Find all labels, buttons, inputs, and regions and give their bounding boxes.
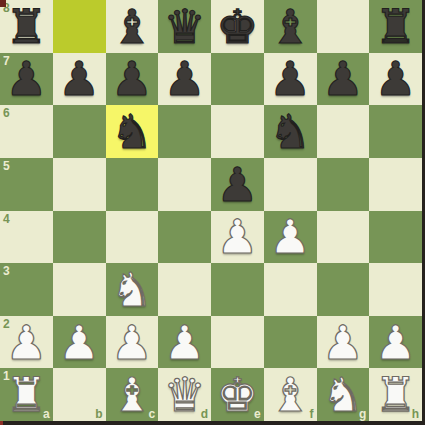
square-h6[interactable] xyxy=(369,105,422,158)
square-a7[interactable]: 7♟ xyxy=(0,53,53,106)
square-f1[interactable]: f♝ xyxy=(264,368,317,421)
piece-black-bishop[interactable]: ♝ xyxy=(106,0,159,53)
square-c7[interactable]: ♟ xyxy=(106,53,159,106)
square-f6[interactable]: ♞ xyxy=(264,105,317,158)
square-d3[interactable] xyxy=(158,263,211,316)
piece-white-pawn[interactable]: ♟ xyxy=(369,316,422,369)
piece-black-rook[interactable]: ♜ xyxy=(0,0,53,53)
square-f8[interactable]: ♝ xyxy=(264,0,317,53)
square-h1[interactable]: h♜ xyxy=(369,368,422,421)
piece-white-king[interactable]: ♚ xyxy=(211,368,264,421)
square-d2[interactable]: ♟ xyxy=(158,316,211,369)
square-g4[interactable] xyxy=(317,211,370,264)
square-d4[interactable] xyxy=(158,211,211,264)
square-b3[interactable] xyxy=(53,263,106,316)
square-f4[interactable]: ♟ xyxy=(264,211,317,264)
piece-white-pawn[interactable]: ♟ xyxy=(317,316,370,369)
corner-artifact-bottom-left xyxy=(0,421,3,425)
square-a3[interactable]: 3 xyxy=(0,263,53,316)
rank-label-5: 5 xyxy=(3,159,10,173)
rank-label-3: 3 xyxy=(3,264,10,278)
square-e5[interactable]: ♟ xyxy=(211,158,264,211)
square-c2[interactable]: ♟ xyxy=(106,316,159,369)
piece-white-pawn[interactable]: ♟ xyxy=(158,316,211,369)
chess-app-viewport: 8♜♝♛♚♝♜7♟♟♟♟♟♟♟6♞♞5♟4♟♟3♞2♟♟♟♟♟♟1a♜bc♝d♛… xyxy=(0,0,425,425)
square-e6[interactable] xyxy=(211,105,264,158)
square-a8[interactable]: 8♜ xyxy=(0,0,53,53)
piece-white-pawn[interactable]: ♟ xyxy=(106,316,159,369)
square-h5[interactable] xyxy=(369,158,422,211)
square-g7[interactable]: ♟ xyxy=(317,53,370,106)
piece-black-knight[interactable]: ♞ xyxy=(106,105,159,158)
piece-black-knight[interactable]: ♞ xyxy=(264,105,317,158)
piece-black-rook[interactable]: ♜ xyxy=(369,0,422,53)
piece-black-queen[interactable]: ♛ xyxy=(158,0,211,53)
square-g6[interactable] xyxy=(317,105,370,158)
square-e2[interactable] xyxy=(211,316,264,369)
piece-white-knight[interactable]: ♞ xyxy=(317,368,370,421)
square-f2[interactable] xyxy=(264,316,317,369)
piece-black-pawn[interactable]: ♟ xyxy=(158,53,211,106)
square-d8[interactable]: ♛ xyxy=(158,0,211,53)
square-c3[interactable]: ♞ xyxy=(106,263,159,316)
piece-white-pawn[interactable]: ♟ xyxy=(211,211,264,264)
square-b4[interactable] xyxy=(53,211,106,264)
square-b2[interactable]: ♟ xyxy=(53,316,106,369)
square-a6[interactable]: 6 xyxy=(0,105,53,158)
square-c1[interactable]: c♝ xyxy=(106,368,159,421)
square-d1[interactable]: d♛ xyxy=(158,368,211,421)
square-g3[interactable] xyxy=(317,263,370,316)
square-d7[interactable]: ♟ xyxy=(158,53,211,106)
square-e3[interactable] xyxy=(211,263,264,316)
square-e1[interactable]: e♚ xyxy=(211,368,264,421)
rank-label-6: 6 xyxy=(3,106,10,120)
square-c8[interactable]: ♝ xyxy=(106,0,159,53)
square-g2[interactable]: ♟ xyxy=(317,316,370,369)
square-b5[interactable] xyxy=(53,158,106,211)
square-b8[interactable] xyxy=(53,0,106,53)
piece-white-bishop[interactable]: ♝ xyxy=(106,368,159,421)
square-f7[interactable]: ♟ xyxy=(264,53,317,106)
chess-board[interactable]: 8♜♝♛♚♝♜7♟♟♟♟♟♟♟6♞♞5♟4♟♟3♞2♟♟♟♟♟♟1a♜bc♝d♛… xyxy=(0,0,422,421)
piece-white-rook[interactable]: ♜ xyxy=(369,368,422,421)
square-h3[interactable] xyxy=(369,263,422,316)
square-c6[interactable]: ♞ xyxy=(106,105,159,158)
piece-white-pawn[interactable]: ♟ xyxy=(264,211,317,264)
square-b7[interactable]: ♟ xyxy=(53,53,106,106)
square-f5[interactable] xyxy=(264,158,317,211)
square-e8[interactable]: ♚ xyxy=(211,0,264,53)
piece-white-pawn[interactable]: ♟ xyxy=(53,316,106,369)
piece-black-pawn[interactable]: ♟ xyxy=(53,53,106,106)
piece-black-king[interactable]: ♚ xyxy=(211,0,264,53)
piece-black-pawn[interactable]: ♟ xyxy=(106,53,159,106)
square-a1[interactable]: 1a♜ xyxy=(0,368,53,421)
square-e4[interactable]: ♟ xyxy=(211,211,264,264)
square-g5[interactable] xyxy=(317,158,370,211)
square-a2[interactable]: 2♟ xyxy=(0,316,53,369)
square-e7[interactable] xyxy=(211,53,264,106)
piece-white-bishop[interactable]: ♝ xyxy=(264,368,317,421)
square-b1[interactable]: b xyxy=(53,368,106,421)
piece-white-rook[interactable]: ♜ xyxy=(0,368,53,421)
square-a5[interactable]: 5 xyxy=(0,158,53,211)
square-h4[interactable] xyxy=(369,211,422,264)
rank-label-4: 4 xyxy=(3,212,10,226)
square-b6[interactable] xyxy=(53,105,106,158)
square-c4[interactable] xyxy=(106,211,159,264)
square-g1[interactable]: g♞ xyxy=(317,368,370,421)
corner-artifact-top-left xyxy=(0,0,6,7)
piece-white-pawn[interactable]: ♟ xyxy=(0,316,53,369)
piece-black-bishop[interactable]: ♝ xyxy=(264,0,317,53)
piece-black-pawn[interactable]: ♟ xyxy=(264,53,317,106)
piece-black-pawn[interactable]: ♟ xyxy=(0,53,53,106)
square-h8[interactable]: ♜ xyxy=(369,0,422,53)
square-c5[interactable] xyxy=(106,158,159,211)
square-d6[interactable] xyxy=(158,105,211,158)
square-f3[interactable] xyxy=(264,263,317,316)
piece-black-pawn[interactable]: ♟ xyxy=(211,158,264,211)
piece-black-pawn[interactable]: ♟ xyxy=(317,53,370,106)
piece-black-pawn[interactable]: ♟ xyxy=(369,53,422,106)
piece-white-queen[interactable]: ♛ xyxy=(158,368,211,421)
file-label-b: b xyxy=(95,407,102,421)
square-h2[interactable]: ♟ xyxy=(369,316,422,369)
square-d5[interactable] xyxy=(158,158,211,211)
square-h7[interactable]: ♟ xyxy=(369,53,422,106)
square-g8[interactable] xyxy=(317,0,370,53)
square-a4[interactable]: 4 xyxy=(0,211,53,264)
piece-white-knight[interactable]: ♞ xyxy=(106,263,159,316)
